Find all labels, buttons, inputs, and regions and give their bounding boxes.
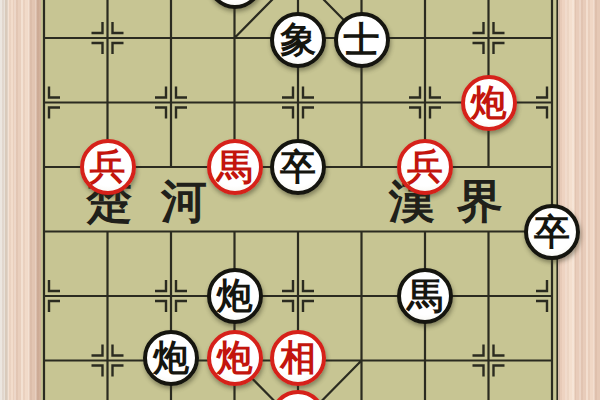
xiangqi-board-screenshot: 楚河 漢界 將象士卒卒炮馬炮兵馬兵炮炮相仕 [0,0,600,400]
piece-red-soldier[interactable]: 兵 [80,139,136,195]
piece-red-cannon[interactable]: 炮 [207,330,263,386]
piece-black-soldier[interactable]: 卒 [524,204,580,260]
piece-black-cannon[interactable]: 炮 [143,330,199,386]
piece-black-general[interactable]: 將 [207,0,263,9]
piece-red-cannon[interactable]: 炮 [461,75,517,131]
piece-black-soldier[interactable]: 卒 [270,139,326,195]
piece-red-elephant[interactable]: 相 [270,330,326,386]
piece-red-soldier[interactable]: 兵 [397,139,453,195]
piece-black-advisor[interactable]: 士 [334,12,390,68]
piece-black-horse[interactable]: 馬 [397,268,453,324]
piece-red-advisor[interactable]: 仕 [270,390,326,400]
piece-red-horse[interactable]: 馬 [207,139,263,195]
pieces-layer[interactable]: 將象士卒卒炮馬炮兵馬兵炮炮相仕 [12,0,584,400]
piece-black-cannon[interactable]: 炮 [207,268,263,324]
piece-black-elephant[interactable]: 象 [270,12,326,68]
